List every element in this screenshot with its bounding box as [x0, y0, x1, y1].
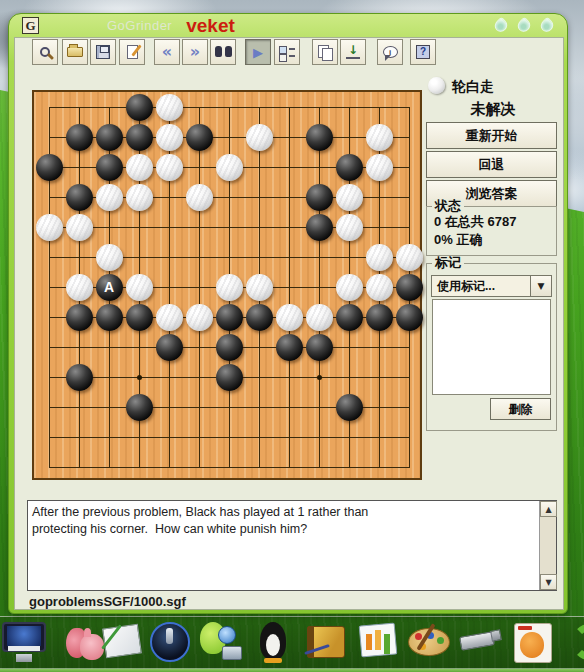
dock-icon-monitor[interactable]	[0, 620, 48, 666]
problem-comment-box[interactable]: After the previous problem, Black has pl…	[27, 500, 557, 591]
status-group-title: 状态	[432, 199, 464, 213]
save-button[interactable]	[90, 39, 116, 65]
find-button[interactable]	[210, 39, 236, 65]
black-stone	[276, 334, 303, 361]
close-button[interactable]	[538, 17, 556, 35]
white-stone	[366, 154, 393, 181]
window-content: «»▶↓i? A 轮白走 未解决 重新开始 回退 浏览答案 状态 0 在总共 6…	[14, 37, 564, 610]
stone-label-A: A	[96, 274, 123, 301]
white-stone	[186, 304, 213, 331]
dock-icon-notepad[interactable]	[100, 620, 148, 666]
white-stone	[66, 214, 93, 241]
options-icon	[279, 45, 295, 59]
white-stone	[96, 244, 123, 271]
dock-icon-veketbox[interactable]	[510, 620, 558, 666]
white-stone	[366, 244, 393, 271]
grid-line-h	[49, 467, 410, 468]
white-stone	[246, 274, 273, 301]
black-stone	[246, 304, 273, 331]
marks-dropdown-arrow[interactable]: ▼	[530, 275, 552, 297]
gogrinder-window: G GoGrinder veket «»▶↓i? A 轮白走 未解决 重新开始 …	[8, 13, 568, 614]
white-stone	[336, 214, 363, 241]
grid-line-h	[49, 437, 410, 438]
black-stone	[306, 334, 333, 361]
black-stone	[396, 274, 423, 301]
open-button[interactable]	[62, 39, 88, 65]
go-board[interactable]: A	[32, 90, 422, 480]
black-stone	[66, 364, 93, 391]
white-stone	[156, 304, 183, 331]
white-stone	[66, 274, 93, 301]
white-stone	[246, 124, 273, 151]
import-button[interactable]: ↓	[340, 39, 366, 65]
white-stone	[306, 304, 333, 331]
save-icon	[96, 45, 110, 59]
white-stone	[126, 184, 153, 211]
white-stone	[156, 94, 183, 121]
white-stone	[216, 154, 243, 181]
black-stone	[336, 394, 363, 421]
play-button[interactable]: ▶	[245, 39, 271, 65]
dock-icon-penguin[interactable]	[250, 620, 298, 666]
comment-icon: i	[383, 46, 398, 58]
dock-icon-palette[interactable]	[406, 620, 454, 666]
dock-icon-swirl[interactable]	[560, 620, 584, 666]
black-stone	[96, 154, 123, 181]
back-button[interactable]: «	[154, 39, 180, 65]
undo-button[interactable]: 回退	[426, 151, 557, 178]
black-stone	[336, 304, 363, 331]
status-percent: 0% 正确	[434, 232, 482, 247]
black-stone	[126, 394, 153, 421]
black-stone	[66, 124, 93, 151]
black-stone	[96, 304, 123, 331]
forward-icon: »	[190, 44, 200, 60]
black-stone	[306, 124, 333, 151]
white-stone	[276, 304, 303, 331]
black-stone	[126, 94, 153, 121]
white-stone-icon	[428, 77, 445, 94]
black-stone	[216, 364, 243, 391]
status-count: 0 在总共 6787	[434, 214, 516, 229]
comment-button[interactable]: i	[377, 39, 403, 65]
dock-icon-power[interactable]	[146, 620, 194, 666]
options-button[interactable]	[274, 39, 300, 65]
scroll-down-button[interactable]: ▼	[540, 574, 557, 590]
black-stone	[396, 304, 423, 331]
black-stone	[36, 154, 63, 181]
black-stone	[336, 154, 363, 181]
open-icon	[67, 47, 83, 57]
dock-icon-book[interactable]	[304, 620, 352, 666]
white-stone	[396, 244, 423, 271]
scroll-up-button[interactable]: ▲	[540, 501, 557, 517]
black-stone	[306, 184, 333, 211]
play-icon: ▶	[253, 45, 263, 60]
help-button[interactable]: ?	[410, 39, 436, 65]
black-stone	[216, 334, 243, 361]
zoom-button[interactable]	[32, 39, 58, 65]
maximize-button[interactable]	[515, 17, 533, 35]
white-stone	[216, 274, 243, 301]
dock-icon-network[interactable]	[198, 620, 246, 666]
marks-dropdown[interactable]: 使用标记...	[431, 275, 531, 297]
marks-listbox[interactable]	[432, 299, 551, 395]
solve-state-label: 未解决	[425, 100, 561, 118]
white-stone	[366, 124, 393, 151]
dock-icon-usb[interactable]	[458, 620, 506, 666]
white-stone	[186, 184, 213, 211]
zoom-icon	[40, 47, 50, 57]
black-stone	[96, 124, 123, 151]
import-icon: ↓	[346, 45, 360, 59]
desktop: G GoGrinder veket «»▶↓i? A 轮白走 未解决 重新开始 …	[0, 0, 584, 672]
black-stone	[126, 124, 153, 151]
star-point	[317, 375, 322, 380]
white-stone	[126, 274, 153, 301]
back-icon: «	[162, 44, 172, 60]
white-stone	[336, 184, 363, 211]
white-stone	[366, 274, 393, 301]
white-stone	[156, 124, 183, 151]
copy-button[interactable]	[312, 39, 338, 65]
star-point	[137, 375, 142, 380]
forward-button[interactable]: »	[182, 39, 208, 65]
black-stone	[66, 304, 93, 331]
black-stone	[186, 124, 213, 151]
window-title-overlay: veket	[186, 16, 235, 35]
black-stone	[366, 304, 393, 331]
white-stone	[36, 214, 63, 241]
minimize-button[interactable]	[492, 17, 510, 35]
help-icon: ?	[416, 45, 430, 59]
statusbar-file-path: goproblemsSGF/1000.sgf	[29, 594, 186, 609]
grid-line-v	[319, 107, 320, 468]
app-logo-icon: G	[22, 17, 39, 34]
comment-scrollbar[interactable]: ▲ ▼	[539, 501, 556, 590]
delete-mark-button[interactable]: 删除	[490, 398, 551, 420]
titlebar: G GoGrinder veket	[9, 14, 567, 37]
dock-icon-chart[interactable]	[356, 620, 404, 666]
black-stone	[216, 304, 243, 331]
black-stone	[306, 214, 333, 241]
problem-description: After the previous problem, Black has pl…	[32, 504, 532, 538]
marks-group-title: 标记	[432, 256, 464, 270]
edit-button[interactable]	[119, 39, 145, 65]
copy-icon	[318, 45, 333, 60]
black-stone	[66, 184, 93, 211]
black-stone	[156, 334, 183, 361]
window-controls	[495, 19, 553, 32]
black-stone	[126, 304, 153, 331]
white-stone	[96, 184, 123, 211]
restart-button[interactable]: 重新开始	[426, 122, 557, 149]
find-icon	[215, 46, 232, 58]
edit-icon	[127, 45, 138, 59]
grid-line-v	[289, 107, 290, 468]
turn-indicator: 轮白走	[452, 78, 494, 94]
white-stone	[126, 154, 153, 181]
white-stone	[156, 154, 183, 181]
white-stone	[336, 274, 363, 301]
window-title: GoGrinder	[107, 18, 172, 33]
